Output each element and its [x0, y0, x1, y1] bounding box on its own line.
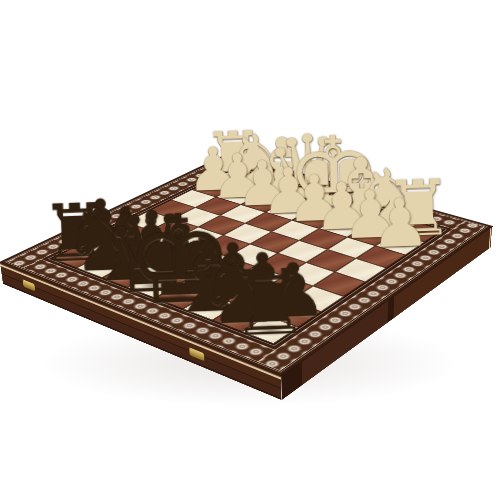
brass-clasp-left — [22, 279, 35, 291]
board-top-face: ♜♞♝♛♚♝♞♜♟♟♟♟♟♟♟♟♟♟♟♟♟♟♟♟♜♞♝♛♚♝♞♜ — [0, 153, 492, 375]
product-photo-stage: ♜♞♝♛♚♝♞♜♟♟♟♟♟♟♟♟♟♟♟♟♟♟♟♟♜♞♝♛♚♝♞♜ — [0, 0, 500, 500]
scene: ♜♞♝♛♚♝♞♜♟♟♟♟♟♟♟♟♟♟♟♟♟♟♟♟♜♞♝♛♚♝♞♜ — [0, 0, 500, 500]
brass-clasp-right — [189, 347, 204, 361]
chess-board: ♜♞♝♛♚♝♞♜♟♟♟♟♟♟♟♟♟♟♟♟♟♟♟♟♜♞♝♛♚♝♞♜ — [0, 153, 492, 375]
